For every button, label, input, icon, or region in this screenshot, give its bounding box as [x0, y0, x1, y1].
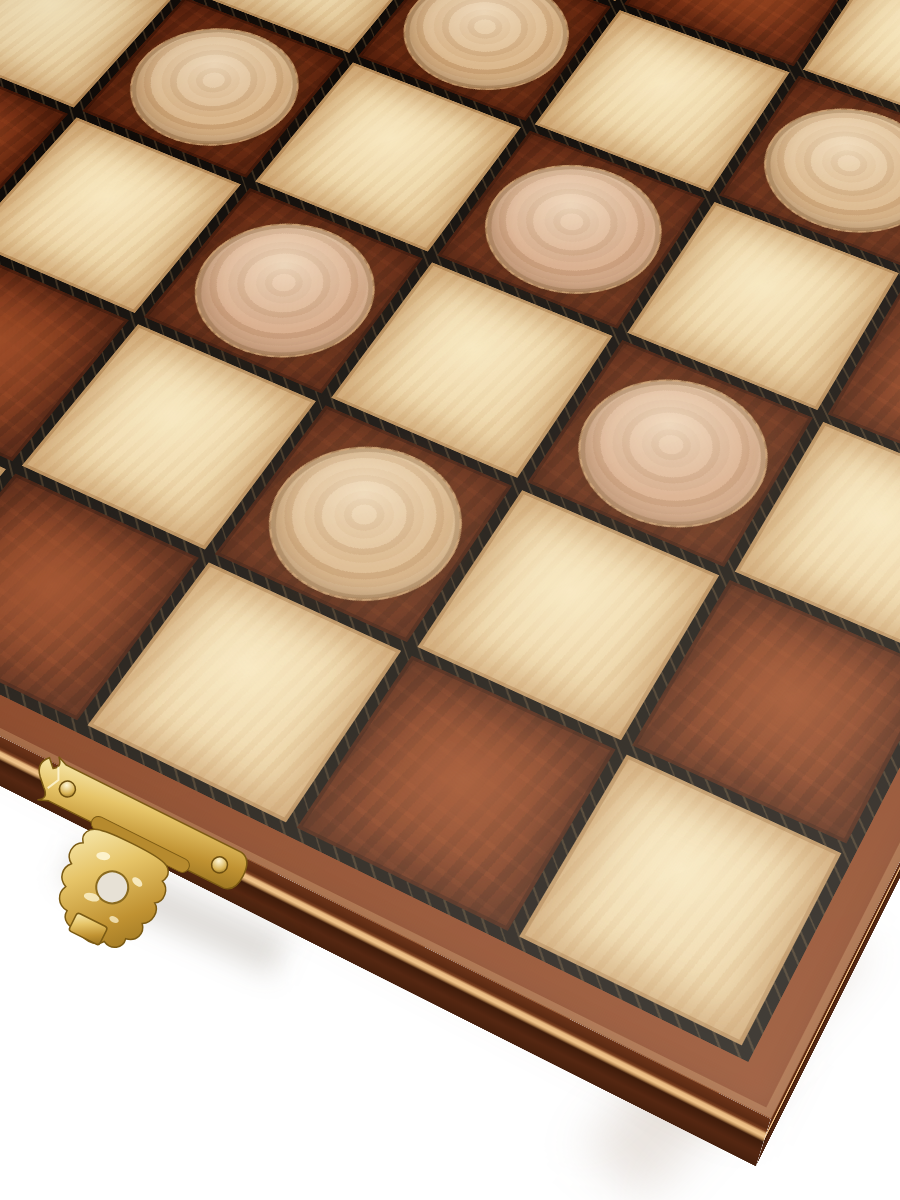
- square-h1[interactable]: [519, 754, 842, 1045]
- brass-latch-icon: [28, 712, 328, 952]
- square-g1[interactable]: [297, 655, 616, 930]
- photo-canvas: [0, 0, 900, 1200]
